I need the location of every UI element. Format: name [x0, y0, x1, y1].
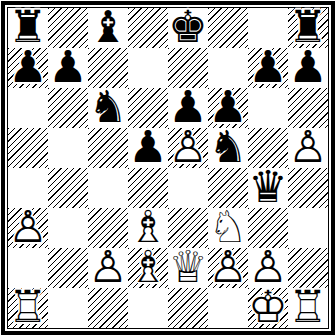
- piece-fill-underlay: ♞: [208, 125, 248, 169]
- piece-fill-underlay: ♚: [248, 285, 288, 329]
- square-d7[interactable]: [128, 48, 168, 88]
- white-rook-icon: ♖: [288, 285, 328, 329]
- square-a1[interactable]: ♜♖: [8, 288, 48, 328]
- square-h5[interactable]: ♟♙: [288, 128, 328, 168]
- piece-fill-underlay: ♟: [88, 245, 128, 289]
- white-pawn-icon: ♙: [208, 245, 248, 289]
- square-g8[interactable]: [248, 8, 288, 48]
- square-a2[interactable]: [8, 248, 48, 288]
- square-d5[interactable]: ♟♟: [128, 128, 168, 168]
- square-d6[interactable]: [128, 88, 168, 128]
- square-b5[interactable]: [48, 128, 88, 168]
- chess-board: ♜♜♝♝♚♚♜♜♟♟♟♟♟♟♟♟♞♞♟♟♟♟♟♟♟♙♞♞♟♙♛♛♟♙♝♗♞♘♟♙…: [8, 8, 328, 328]
- square-f1[interactable]: [208, 288, 248, 328]
- square-a7[interactable]: ♟♟: [8, 48, 48, 88]
- square-d3[interactable]: ♝♗: [128, 208, 168, 248]
- white-bishop-icon: ♗: [128, 245, 168, 289]
- square-c1[interactable]: [88, 288, 128, 328]
- square-c8[interactable]: ♝♝: [88, 8, 128, 48]
- white-king-icon: ♔: [248, 285, 288, 329]
- square-g1[interactable]: ♚♔: [248, 288, 288, 328]
- piece-fill-underlay: ♟: [288, 45, 328, 89]
- piece-fill-underlay: ♟: [48, 45, 88, 89]
- black-rook-icon: ♜: [8, 5, 48, 49]
- board-frame: ♜♜♝♝♚♚♜♜♟♟♟♟♟♟♟♟♞♞♟♟♟♟♟♟♟♙♞♞♟♙♛♛♟♙♝♗♞♘♟♙…: [1, 1, 335, 335]
- black-pawn-icon: ♟: [128, 125, 168, 169]
- square-h3[interactable]: [288, 208, 328, 248]
- black-pawn-icon: ♟: [8, 45, 48, 89]
- square-c2[interactable]: ♟♙: [88, 248, 128, 288]
- black-bishop-icon: ♝: [88, 5, 128, 49]
- square-c3[interactable]: [88, 208, 128, 248]
- piece-fill-underlay: ♜: [288, 5, 328, 49]
- white-knight-icon: ♘: [208, 205, 248, 249]
- square-g5[interactable]: [248, 128, 288, 168]
- square-f4[interactable]: [208, 168, 248, 208]
- black-pawn-icon: ♟: [288, 45, 328, 89]
- square-e1[interactable]: [168, 288, 208, 328]
- black-pawn-icon: ♟: [248, 45, 288, 89]
- piece-fill-underlay: ♟: [128, 125, 168, 169]
- square-e6[interactable]: ♟♟: [168, 88, 208, 128]
- white-pawn-icon: ♙: [88, 245, 128, 289]
- piece-fill-underlay: ♝: [128, 205, 168, 249]
- white-queen-icon: ♕: [168, 245, 208, 289]
- piece-fill-underlay: ♜: [8, 5, 48, 49]
- black-knight-icon: ♞: [88, 85, 128, 129]
- piece-fill-underlay: ♟: [288, 125, 328, 169]
- square-h2[interactable]: [288, 248, 328, 288]
- piece-fill-underlay: ♟: [208, 85, 248, 129]
- square-f2[interactable]: ♟♙: [208, 248, 248, 288]
- piece-fill-underlay: ♟: [208, 245, 248, 289]
- square-c4[interactable]: [88, 168, 128, 208]
- piece-fill-underlay: ♝: [128, 245, 168, 289]
- square-g6[interactable]: [248, 88, 288, 128]
- piece-fill-underlay: ♟: [248, 45, 288, 89]
- square-b7[interactable]: ♟♟: [48, 48, 88, 88]
- white-pawn-icon: ♙: [288, 125, 328, 169]
- square-e7[interactable]: [168, 48, 208, 88]
- square-g3[interactable]: [248, 208, 288, 248]
- square-b1[interactable]: [48, 288, 88, 328]
- square-a8[interactable]: ♜♜: [8, 8, 48, 48]
- black-king-icon: ♚: [168, 5, 208, 49]
- square-f5[interactable]: ♞♞: [208, 128, 248, 168]
- square-g2[interactable]: ♟♙: [248, 248, 288, 288]
- square-b4[interactable]: [48, 168, 88, 208]
- white-pawn-icon: ♙: [8, 205, 48, 249]
- piece-fill-underlay: ♞: [88, 85, 128, 129]
- piece-fill-underlay: ♟: [248, 245, 288, 289]
- square-f8[interactable]: [208, 8, 248, 48]
- square-e3[interactable]: [168, 208, 208, 248]
- black-rook-icon: ♜: [288, 5, 328, 49]
- piece-fill-underlay: ♝: [88, 5, 128, 49]
- square-h4[interactable]: [288, 168, 328, 208]
- square-g7[interactable]: ♟♟: [248, 48, 288, 88]
- square-e4[interactable]: [168, 168, 208, 208]
- square-a3[interactable]: ♟♙: [8, 208, 48, 248]
- white-bishop-icon: ♗: [128, 205, 168, 249]
- black-pawn-icon: ♟: [208, 85, 248, 129]
- square-f6[interactable]: ♟♟: [208, 88, 248, 128]
- square-d2[interactable]: ♝♗: [128, 248, 168, 288]
- square-g4[interactable]: ♛♛: [248, 168, 288, 208]
- piece-fill-underlay: ♜: [288, 285, 328, 329]
- black-pawn-icon: ♟: [168, 85, 208, 129]
- black-knight-icon: ♞: [208, 125, 248, 169]
- square-c7[interactable]: [88, 48, 128, 88]
- square-d1[interactable]: [128, 288, 168, 328]
- piece-fill-underlay: ♟: [168, 85, 208, 129]
- square-h7[interactable]: ♟♟: [288, 48, 328, 88]
- white-pawn-icon: ♙: [168, 125, 208, 169]
- square-e8[interactable]: ♚♚: [168, 8, 208, 48]
- square-b2[interactable]: [48, 248, 88, 288]
- piece-fill-underlay: ♛: [168, 245, 208, 289]
- square-b6[interactable]: [48, 88, 88, 128]
- square-d4[interactable]: [128, 168, 168, 208]
- piece-fill-underlay: ♟: [8, 45, 48, 89]
- piece-fill-underlay: ♞: [208, 205, 248, 249]
- piece-fill-underlay: ♟: [168, 125, 208, 169]
- square-e5[interactable]: ♟♙: [168, 128, 208, 168]
- piece-fill-underlay: ♛: [248, 165, 288, 209]
- piece-fill-underlay: ♟: [8, 205, 48, 249]
- square-f7[interactable]: [208, 48, 248, 88]
- square-a6[interactable]: [8, 88, 48, 128]
- board-inner-frame: ♜♜♝♝♚♚♜♜♟♟♟♟♟♟♟♟♞♞♟♟♟♟♟♟♟♙♞♞♟♙♛♛♟♙♝♗♞♘♟♙…: [7, 7, 329, 329]
- square-b3[interactable]: [48, 208, 88, 248]
- square-h1[interactable]: ♜♖: [288, 288, 328, 328]
- square-h8[interactable]: ♜♜: [288, 8, 328, 48]
- square-a5[interactable]: [8, 128, 48, 168]
- square-b8[interactable]: [48, 8, 88, 48]
- piece-fill-underlay: ♜: [8, 285, 48, 329]
- piece-fill-underlay: ♚: [168, 5, 208, 49]
- square-a4[interactable]: [8, 168, 48, 208]
- square-d8[interactable]: [128, 8, 168, 48]
- square-c5[interactable]: [88, 128, 128, 168]
- square-c6[interactable]: ♞♞: [88, 88, 128, 128]
- white-rook-icon: ♖: [8, 285, 48, 329]
- square-h6[interactable]: [288, 88, 328, 128]
- white-pawn-icon: ♙: [248, 245, 288, 289]
- square-e2[interactable]: ♛♕: [168, 248, 208, 288]
- square-f3[interactable]: ♞♘: [208, 208, 248, 248]
- black-queen-icon: ♛: [248, 165, 288, 209]
- black-pawn-icon: ♟: [48, 45, 88, 89]
